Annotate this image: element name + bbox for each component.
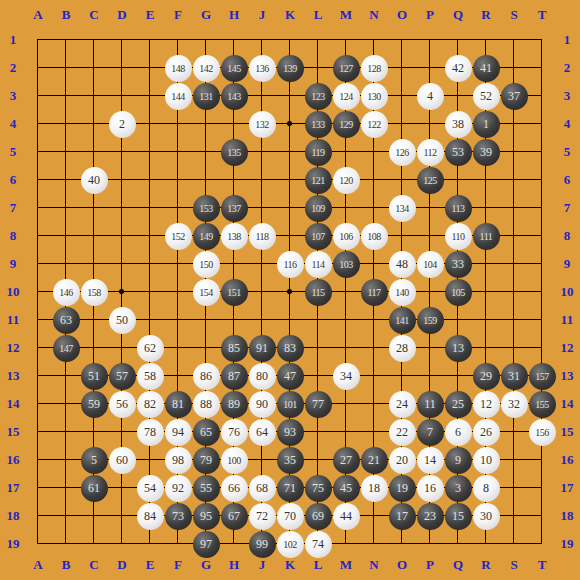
intersection-E12[interactable]: 62 — [136, 334, 164, 362]
intersection-B17[interactable] — [52, 474, 80, 502]
intersection-M18[interactable]: 44 — [332, 502, 360, 530]
intersection-T10[interactable] — [528, 278, 556, 306]
intersection-O8[interactable] — [388, 222, 416, 250]
intersection-Q17[interactable]: 3 — [444, 474, 472, 502]
intersection-H14[interactable]: 89 — [220, 390, 248, 418]
intersection-K8[interactable] — [276, 222, 304, 250]
intersection-C15[interactable] — [80, 418, 108, 446]
intersection-S10[interactable] — [500, 278, 528, 306]
intersection-L4[interactable]: 133 — [304, 110, 332, 138]
intersection-D11[interactable]: 50 — [108, 306, 136, 334]
intersection-M3[interactable]: 124 — [332, 82, 360, 110]
intersection-B10[interactable]: 146 — [52, 278, 80, 306]
intersection-T12[interactable] — [528, 334, 556, 362]
intersection-A15[interactable] — [24, 418, 52, 446]
intersection-R11[interactable] — [472, 306, 500, 334]
intersection-M19[interactable] — [332, 530, 360, 558]
intersection-B7[interactable] — [52, 194, 80, 222]
intersection-L19[interactable]: 74 — [304, 530, 332, 558]
intersection-G7[interactable]: 153 — [192, 194, 220, 222]
intersection-C2[interactable] — [80, 54, 108, 82]
intersection-A2[interactable] — [24, 54, 52, 82]
intersection-T7[interactable] — [528, 194, 556, 222]
intersection-B14[interactable] — [52, 390, 80, 418]
intersection-N2[interactable]: 128 — [360, 54, 388, 82]
intersection-S4[interactable] — [500, 110, 528, 138]
intersection-D7[interactable] — [108, 194, 136, 222]
intersection-S19[interactable] — [500, 530, 528, 558]
intersection-D4[interactable]: 2 — [108, 110, 136, 138]
intersection-S2[interactable] — [500, 54, 528, 82]
intersection-Q8[interactable]: 110 — [444, 222, 472, 250]
intersection-P7[interactable] — [416, 194, 444, 222]
intersection-J14[interactable]: 90 — [248, 390, 276, 418]
intersection-L5[interactable]: 119 — [304, 138, 332, 166]
intersection-B5[interactable] — [52, 138, 80, 166]
intersection-H17[interactable]: 66 — [220, 474, 248, 502]
intersection-H2[interactable]: 145 — [220, 54, 248, 82]
intersection-K14[interactable]: 101 — [276, 390, 304, 418]
intersection-H15[interactable]: 76 — [220, 418, 248, 446]
intersection-D10[interactable] — [108, 278, 136, 306]
intersection-N7[interactable] — [360, 194, 388, 222]
intersection-T19[interactable] — [528, 530, 556, 558]
intersection-R3[interactable]: 52 — [472, 82, 500, 110]
intersection-N5[interactable] — [360, 138, 388, 166]
intersection-O9[interactable]: 48 — [388, 250, 416, 278]
intersection-Q14[interactable]: 25 — [444, 390, 472, 418]
intersection-C9[interactable] — [80, 250, 108, 278]
intersection-N17[interactable]: 18 — [360, 474, 388, 502]
intersection-N19[interactable] — [360, 530, 388, 558]
intersection-N9[interactable] — [360, 250, 388, 278]
intersection-F19[interactable] — [164, 530, 192, 558]
intersection-K19[interactable]: 102 — [276, 530, 304, 558]
intersection-E10[interactable] — [136, 278, 164, 306]
intersection-A3[interactable] — [24, 82, 52, 110]
intersection-T5[interactable] — [528, 138, 556, 166]
intersection-B19[interactable] — [52, 530, 80, 558]
intersection-L13[interactable] — [304, 362, 332, 390]
intersection-L8[interactable]: 107 — [304, 222, 332, 250]
intersection-F6[interactable] — [164, 166, 192, 194]
intersection-N13[interactable] — [360, 362, 388, 390]
intersection-G15[interactable]: 65 — [192, 418, 220, 446]
intersection-M16[interactable]: 27 — [332, 446, 360, 474]
intersection-A7[interactable] — [24, 194, 52, 222]
intersection-C1[interactable] — [80, 26, 108, 54]
intersection-G12[interactable] — [192, 334, 220, 362]
intersection-A16[interactable] — [24, 446, 52, 474]
intersection-L12[interactable] — [304, 334, 332, 362]
intersection-S18[interactable] — [500, 502, 528, 530]
intersection-Q1[interactable] — [444, 26, 472, 54]
intersection-M10[interactable] — [332, 278, 360, 306]
intersection-D9[interactable] — [108, 250, 136, 278]
intersection-F18[interactable]: 73 — [164, 502, 192, 530]
intersection-K11[interactable] — [276, 306, 304, 334]
intersection-F4[interactable] — [164, 110, 192, 138]
intersection-T6[interactable] — [528, 166, 556, 194]
intersection-A17[interactable] — [24, 474, 52, 502]
intersection-E8[interactable] — [136, 222, 164, 250]
intersection-B11[interactable]: 63 — [52, 306, 80, 334]
intersection-D14[interactable]: 56 — [108, 390, 136, 418]
intersection-B16[interactable] — [52, 446, 80, 474]
intersection-M17[interactable]: 45 — [332, 474, 360, 502]
intersection-H9[interactable] — [220, 250, 248, 278]
intersection-G9[interactable]: 150 — [192, 250, 220, 278]
intersection-T15[interactable]: 156 — [528, 418, 556, 446]
intersection-A5[interactable] — [24, 138, 52, 166]
intersection-Q11[interactable] — [444, 306, 472, 334]
intersection-Q16[interactable]: 9 — [444, 446, 472, 474]
intersection-J9[interactable] — [248, 250, 276, 278]
intersection-F14[interactable]: 81 — [164, 390, 192, 418]
intersection-E13[interactable]: 58 — [136, 362, 164, 390]
intersection-P12[interactable] — [416, 334, 444, 362]
intersection-P11[interactable]: 159 — [416, 306, 444, 334]
intersection-E11[interactable] — [136, 306, 164, 334]
intersection-J5[interactable] — [248, 138, 276, 166]
intersection-Q18[interactable]: 15 — [444, 502, 472, 530]
intersection-A18[interactable] — [24, 502, 52, 530]
intersection-N16[interactable]: 21 — [360, 446, 388, 474]
intersection-C6[interactable]: 40 — [80, 166, 108, 194]
intersection-D18[interactable] — [108, 502, 136, 530]
intersection-N15[interactable] — [360, 418, 388, 446]
intersection-C4[interactable] — [80, 110, 108, 138]
intersection-Q15[interactable]: 6 — [444, 418, 472, 446]
intersection-R18[interactable]: 30 — [472, 502, 500, 530]
intersection-P15[interactable]: 7 — [416, 418, 444, 446]
intersection-A19[interactable] — [24, 530, 52, 558]
intersection-L7[interactable]: 109 — [304, 194, 332, 222]
intersection-J1[interactable] — [248, 26, 276, 54]
intersection-D3[interactable] — [108, 82, 136, 110]
intersection-O5[interactable]: 126 — [388, 138, 416, 166]
intersection-D12[interactable] — [108, 334, 136, 362]
intersection-G6[interactable] — [192, 166, 220, 194]
intersection-G14[interactable]: 88 — [192, 390, 220, 418]
intersection-R16[interactable]: 10 — [472, 446, 500, 474]
intersection-B13[interactable] — [52, 362, 80, 390]
intersection-A1[interactable] — [24, 26, 52, 54]
intersection-O3[interactable] — [388, 82, 416, 110]
intersection-Q10[interactable]: 105 — [444, 278, 472, 306]
intersection-P19[interactable] — [416, 530, 444, 558]
intersection-H18[interactable]: 67 — [220, 502, 248, 530]
intersection-M11[interactable] — [332, 306, 360, 334]
intersection-F9[interactable] — [164, 250, 192, 278]
intersection-H5[interactable]: 135 — [220, 138, 248, 166]
intersection-P1[interactable] — [416, 26, 444, 54]
intersection-H12[interactable]: 85 — [220, 334, 248, 362]
intersection-J18[interactable]: 72 — [248, 502, 276, 530]
intersection-J12[interactable]: 91 — [248, 334, 276, 362]
intersection-D6[interactable] — [108, 166, 136, 194]
intersection-R19[interactable] — [472, 530, 500, 558]
intersection-O13[interactable] — [388, 362, 416, 390]
intersection-T14[interactable]: 155 — [528, 390, 556, 418]
intersection-C13[interactable]: 51 — [80, 362, 108, 390]
intersection-O11[interactable]: 141 — [388, 306, 416, 334]
intersection-M4[interactable]: 129 — [332, 110, 360, 138]
intersection-L17[interactable]: 75 — [304, 474, 332, 502]
intersection-F5[interactable] — [164, 138, 192, 166]
intersection-P14[interactable]: 11 — [416, 390, 444, 418]
intersection-D2[interactable] — [108, 54, 136, 82]
intersection-J4[interactable]: 132 — [248, 110, 276, 138]
intersection-L14[interactable]: 77 — [304, 390, 332, 418]
intersection-N11[interactable] — [360, 306, 388, 334]
intersection-E3[interactable] — [136, 82, 164, 110]
intersection-J2[interactable]: 136 — [248, 54, 276, 82]
intersection-H11[interactable] — [220, 306, 248, 334]
intersection-B15[interactable] — [52, 418, 80, 446]
intersection-K6[interactable] — [276, 166, 304, 194]
intersection-E1[interactable] — [136, 26, 164, 54]
intersection-F10[interactable] — [164, 278, 192, 306]
intersection-C7[interactable] — [80, 194, 108, 222]
intersection-S1[interactable] — [500, 26, 528, 54]
intersection-C3[interactable] — [80, 82, 108, 110]
intersection-G16[interactable]: 79 — [192, 446, 220, 474]
intersection-H3[interactable]: 143 — [220, 82, 248, 110]
intersection-C5[interactable] — [80, 138, 108, 166]
intersection-F11[interactable] — [164, 306, 192, 334]
intersection-D5[interactable] — [108, 138, 136, 166]
intersection-M14[interactable] — [332, 390, 360, 418]
intersection-G18[interactable]: 95 — [192, 502, 220, 530]
intersection-L6[interactable]: 121 — [304, 166, 332, 194]
intersection-A14[interactable] — [24, 390, 52, 418]
intersection-G3[interactable]: 131 — [192, 82, 220, 110]
intersection-M2[interactable]: 127 — [332, 54, 360, 82]
intersection-R4[interactable]: 1 — [472, 110, 500, 138]
intersection-T1[interactable] — [528, 26, 556, 54]
intersection-D19[interactable] — [108, 530, 136, 558]
intersection-E18[interactable]: 84 — [136, 502, 164, 530]
intersection-H13[interactable]: 87 — [220, 362, 248, 390]
intersection-S12[interactable] — [500, 334, 528, 362]
intersection-C19[interactable] — [80, 530, 108, 558]
intersection-D1[interactable] — [108, 26, 136, 54]
intersection-B1[interactable] — [52, 26, 80, 54]
intersection-K4[interactable] — [276, 110, 304, 138]
intersection-G5[interactable] — [192, 138, 220, 166]
intersection-T16[interactable] — [528, 446, 556, 474]
intersection-P9[interactable]: 104 — [416, 250, 444, 278]
intersection-A9[interactable] — [24, 250, 52, 278]
intersection-J11[interactable] — [248, 306, 276, 334]
intersection-S11[interactable] — [500, 306, 528, 334]
intersection-A12[interactable] — [24, 334, 52, 362]
intersection-T2[interactable] — [528, 54, 556, 82]
intersection-E7[interactable] — [136, 194, 164, 222]
intersection-L10[interactable]: 115 — [304, 278, 332, 306]
intersection-T13[interactable]: 157 — [528, 362, 556, 390]
intersection-O19[interactable] — [388, 530, 416, 558]
intersection-M6[interactable]: 120 — [332, 166, 360, 194]
intersection-G8[interactable]: 149 — [192, 222, 220, 250]
intersection-A4[interactable] — [24, 110, 52, 138]
intersection-G11[interactable] — [192, 306, 220, 334]
intersection-O10[interactable]: 140 — [388, 278, 416, 306]
intersection-O7[interactable]: 134 — [388, 194, 416, 222]
intersection-G1[interactable] — [192, 26, 220, 54]
intersection-G17[interactable]: 55 — [192, 474, 220, 502]
intersection-N6[interactable] — [360, 166, 388, 194]
intersection-P18[interactable]: 23 — [416, 502, 444, 530]
intersection-C18[interactable] — [80, 502, 108, 530]
intersection-B3[interactable] — [52, 82, 80, 110]
intersection-F1[interactable] — [164, 26, 192, 54]
intersection-N4[interactable]: 122 — [360, 110, 388, 138]
intersection-N10[interactable]: 117 — [360, 278, 388, 306]
intersection-C17[interactable]: 61 — [80, 474, 108, 502]
intersection-J17[interactable]: 68 — [248, 474, 276, 502]
intersection-L15[interactable] — [304, 418, 332, 446]
intersection-O1[interactable] — [388, 26, 416, 54]
intersection-G2[interactable]: 142 — [192, 54, 220, 82]
intersection-L3[interactable]: 123 — [304, 82, 332, 110]
intersection-S6[interactable] — [500, 166, 528, 194]
intersection-A13[interactable] — [24, 362, 52, 390]
intersection-J15[interactable]: 64 — [248, 418, 276, 446]
intersection-H8[interactable]: 138 — [220, 222, 248, 250]
intersection-E16[interactable] — [136, 446, 164, 474]
intersection-D17[interactable] — [108, 474, 136, 502]
intersection-C10[interactable]: 158 — [80, 278, 108, 306]
intersection-P2[interactable] — [416, 54, 444, 82]
intersection-K15[interactable]: 93 — [276, 418, 304, 446]
intersection-P13[interactable] — [416, 362, 444, 390]
intersection-Q12[interactable]: 13 — [444, 334, 472, 362]
intersection-H6[interactable] — [220, 166, 248, 194]
intersection-F7[interactable] — [164, 194, 192, 222]
intersection-O4[interactable] — [388, 110, 416, 138]
intersection-M15[interactable] — [332, 418, 360, 446]
intersection-L11[interactable] — [304, 306, 332, 334]
intersection-M5[interactable] — [332, 138, 360, 166]
intersection-J6[interactable] — [248, 166, 276, 194]
intersection-E6[interactable] — [136, 166, 164, 194]
intersection-M12[interactable] — [332, 334, 360, 362]
intersection-O17[interactable]: 19 — [388, 474, 416, 502]
intersection-H10[interactable]: 151 — [220, 278, 248, 306]
intersection-D13[interactable]: 57 — [108, 362, 136, 390]
intersection-B12[interactable]: 147 — [52, 334, 80, 362]
intersection-Q4[interactable]: 38 — [444, 110, 472, 138]
intersection-O18[interactable]: 17 — [388, 502, 416, 530]
intersection-L16[interactable] — [304, 446, 332, 474]
intersection-Q9[interactable]: 33 — [444, 250, 472, 278]
intersection-N18[interactable] — [360, 502, 388, 530]
intersection-N3[interactable]: 130 — [360, 82, 388, 110]
intersection-F15[interactable]: 94 — [164, 418, 192, 446]
intersection-G4[interactable] — [192, 110, 220, 138]
intersection-K10[interactable] — [276, 278, 304, 306]
intersection-G10[interactable]: 154 — [192, 278, 220, 306]
intersection-R13[interactable]: 29 — [472, 362, 500, 390]
intersection-B2[interactable] — [52, 54, 80, 82]
intersection-B6[interactable] — [52, 166, 80, 194]
intersection-E5[interactable] — [136, 138, 164, 166]
intersection-E9[interactable] — [136, 250, 164, 278]
intersection-T4[interactable] — [528, 110, 556, 138]
intersection-K3[interactable] — [276, 82, 304, 110]
intersection-R17[interactable]: 8 — [472, 474, 500, 502]
intersection-E2[interactable] — [136, 54, 164, 82]
intersection-P17[interactable]: 16 — [416, 474, 444, 502]
intersection-H7[interactable]: 137 — [220, 194, 248, 222]
intersection-S17[interactable] — [500, 474, 528, 502]
intersection-C12[interactable] — [80, 334, 108, 362]
intersection-R9[interactable] — [472, 250, 500, 278]
intersection-K18[interactable]: 70 — [276, 502, 304, 530]
intersection-A10[interactable] — [24, 278, 52, 306]
intersection-S16[interactable] — [500, 446, 528, 474]
intersection-T18[interactable] — [528, 502, 556, 530]
intersection-E17[interactable]: 54 — [136, 474, 164, 502]
intersection-B4[interactable] — [52, 110, 80, 138]
intersection-K2[interactable]: 139 — [276, 54, 304, 82]
intersection-D8[interactable] — [108, 222, 136, 250]
intersection-F17[interactable]: 92 — [164, 474, 192, 502]
intersection-C8[interactable] — [80, 222, 108, 250]
intersection-H1[interactable] — [220, 26, 248, 54]
intersection-S5[interactable] — [500, 138, 528, 166]
intersection-S9[interactable] — [500, 250, 528, 278]
intersection-R10[interactable] — [472, 278, 500, 306]
intersection-L2[interactable] — [304, 54, 332, 82]
intersection-C14[interactable]: 59 — [80, 390, 108, 418]
intersection-Q7[interactable]: 113 — [444, 194, 472, 222]
intersection-A8[interactable] — [24, 222, 52, 250]
intersection-J16[interactable] — [248, 446, 276, 474]
intersection-R5[interactable]: 39 — [472, 138, 500, 166]
intersection-R8[interactable]: 111 — [472, 222, 500, 250]
intersection-P6[interactable]: 125 — [416, 166, 444, 194]
intersection-K17[interactable]: 71 — [276, 474, 304, 502]
intersection-N1[interactable] — [360, 26, 388, 54]
intersection-A11[interactable] — [24, 306, 52, 334]
intersection-E4[interactable] — [136, 110, 164, 138]
intersection-J19[interactable]: 99 — [248, 530, 276, 558]
intersection-H19[interactable] — [220, 530, 248, 558]
intersection-L1[interactable] — [304, 26, 332, 54]
intersection-F13[interactable] — [164, 362, 192, 390]
intersection-O14[interactable]: 24 — [388, 390, 416, 418]
intersection-E19[interactable] — [136, 530, 164, 558]
intersection-T11[interactable] — [528, 306, 556, 334]
intersection-J13[interactable]: 80 — [248, 362, 276, 390]
intersection-K13[interactable]: 47 — [276, 362, 304, 390]
intersection-K16[interactable]: 35 — [276, 446, 304, 474]
intersection-M9[interactable]: 103 — [332, 250, 360, 278]
intersection-L9[interactable]: 114 — [304, 250, 332, 278]
intersection-E14[interactable]: 82 — [136, 390, 164, 418]
intersection-R2[interactable]: 41 — [472, 54, 500, 82]
intersection-F3[interactable]: 144 — [164, 82, 192, 110]
intersection-Q19[interactable] — [444, 530, 472, 558]
intersection-O12[interactable]: 28 — [388, 334, 416, 362]
intersection-O15[interactable]: 22 — [388, 418, 416, 446]
intersection-P3[interactable]: 4 — [416, 82, 444, 110]
intersection-J10[interactable] — [248, 278, 276, 306]
intersection-K7[interactable] — [276, 194, 304, 222]
